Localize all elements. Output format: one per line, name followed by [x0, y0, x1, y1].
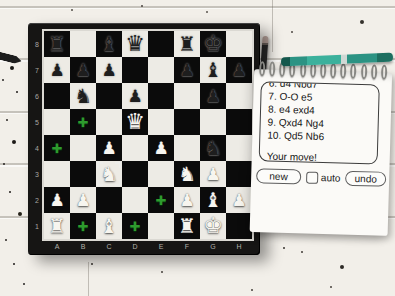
square-f1[interactable]: ♜: [174, 213, 200, 239]
square-e2[interactable]: ✚: [148, 187, 174, 213]
square-e8[interactable]: [148, 31, 174, 57]
square-g5[interactable]: [200, 109, 226, 135]
square-f5[interactable]: [174, 109, 200, 135]
square-g8[interactable]: ♚: [200, 31, 226, 57]
black-pawn[interactable]: ♟: [231, 57, 246, 83]
white-knight[interactable]: ♞: [100, 161, 118, 187]
square-b4[interactable]: [70, 135, 96, 161]
square-a8[interactable]: ♜: [44, 31, 70, 57]
square-c3[interactable]: ♞: [96, 161, 122, 187]
legal-move-marker[interactable]: ✚: [70, 109, 96, 135]
square-h6[interactable]: [226, 83, 252, 109]
notepad: 6. d4 Nbd7 7. O-O e5 8. e4 exd4 9. Qxd4 …: [250, 61, 393, 236]
square-c7[interactable]: ♟: [96, 57, 122, 83]
black-pawn[interactable]: ♟: [49, 57, 64, 83]
file-labels: ABCDEFGH: [44, 240, 252, 253]
legal-move-marker[interactable]: ✚: [70, 213, 96, 239]
legal-move-marker[interactable]: ✚: [148, 187, 174, 213]
plank-seam: [88, 262, 89, 296]
square-h7[interactable]: ♟: [226, 57, 252, 83]
board-squares[interactable]: ♜♝♛♜♚♟♟♟♟♝♟♞♟♟✚♛✚♟♟♞♞♞♟♟♟✚♟♝♟♜✚♝✚♜♚: [44, 31, 252, 239]
black-rook[interactable]: ♜: [178, 31, 196, 57]
square-a2[interactable]: ♟: [44, 187, 70, 213]
black-queen[interactable]: ♛: [125, 31, 145, 57]
square-a3[interactable]: [44, 161, 70, 187]
square-d1[interactable]: ✚: [122, 213, 148, 239]
white-queen[interactable]: ♛: [125, 109, 145, 135]
square-h1[interactable]: [226, 213, 252, 239]
black-pawn[interactable]: ♟: [75, 57, 90, 83]
black-bishop[interactable]: ♝: [100, 31, 118, 57]
square-c5[interactable]: [96, 109, 122, 135]
undo-button[interactable]: undo: [345, 171, 386, 187]
square-e3[interactable]: [148, 161, 174, 187]
black-pawn[interactable]: ♟: [127, 83, 142, 109]
white-king[interactable]: ♚: [203, 213, 223, 239]
pencil-left: [0, 51, 23, 65]
white-pawn[interactable]: ♟: [179, 187, 194, 213]
new-button[interactable]: new: [256, 168, 301, 184]
square-h8[interactable]: [226, 31, 252, 57]
white-pawn[interactable]: ♟: [153, 135, 168, 161]
square-f4[interactable]: [174, 135, 200, 161]
square-b2[interactable]: ♟: [70, 187, 96, 213]
white-pawn[interactable]: ♟: [75, 187, 90, 213]
black-knight[interactable]: ♞: [204, 135, 222, 161]
auto-label: auto: [321, 172, 341, 184]
square-f7[interactable]: ♟: [174, 57, 200, 83]
move-list[interactable]: 6. d4 Nbd7 7. O-O e5 8. e4 exd4 9. Qxd4 …: [259, 81, 380, 164]
black-pawn[interactable]: ♟: [179, 57, 194, 83]
square-f8[interactable]: ♜: [174, 31, 200, 57]
square-d2[interactable]: [122, 187, 148, 213]
square-a4[interactable]: ✚: [44, 135, 70, 161]
white-pawn[interactable]: ♟: [205, 161, 220, 187]
white-bishop[interactable]: ♝: [100, 213, 118, 239]
square-g2[interactable]: ♝: [200, 187, 226, 213]
square-c2[interactable]: [96, 187, 122, 213]
square-d3[interactable]: [122, 161, 148, 187]
black-rook[interactable]: ♜: [48, 31, 66, 57]
square-b8[interactable]: [70, 31, 96, 57]
white-pawn[interactable]: ♟: [49, 187, 64, 213]
white-rook[interactable]: ♜: [48, 213, 66, 239]
square-a6[interactable]: [44, 83, 70, 109]
square-e6[interactable]: [148, 83, 174, 109]
square-c8[interactable]: ♝: [96, 31, 122, 57]
chess-board: 87654321 ABCDEFGH ♜♝♛♜♚♟♟♟♟♝♟♞♟♟✚♛✚♟♟♞♞♞…: [28, 23, 260, 255]
square-b1[interactable]: ✚: [70, 213, 96, 239]
square-e1[interactable]: [148, 213, 174, 239]
square-b7[interactable]: ♟: [70, 57, 96, 83]
legal-move-marker[interactable]: ✚: [44, 135, 70, 161]
white-rook[interactable]: ♜: [178, 213, 196, 239]
square-h5[interactable]: [226, 109, 252, 135]
square-e4[interactable]: ♟: [148, 135, 174, 161]
square-e7[interactable]: [148, 57, 174, 83]
square-d5[interactable]: ♛: [122, 109, 148, 135]
square-c6[interactable]: [96, 83, 122, 109]
square-a7[interactable]: ♟: [44, 57, 70, 83]
square-g3[interactable]: ♟: [200, 161, 226, 187]
black-knight[interactable]: ♞: [74, 83, 92, 109]
square-a5[interactable]: [44, 109, 70, 135]
white-pawn[interactable]: ♟: [231, 187, 246, 213]
square-d8[interactable]: ♛: [122, 31, 148, 57]
move-line: 10. Qd5 Nb6: [267, 128, 377, 144]
square-c1[interactable]: ♝: [96, 213, 122, 239]
square-h3[interactable]: [226, 161, 252, 187]
square-h2[interactable]: ♟: [226, 187, 252, 213]
square-b5[interactable]: ✚: [70, 109, 96, 135]
auto-checkbox[interactable]: [306, 171, 318, 183]
square-a1[interactable]: ♜: [44, 213, 70, 239]
square-g6[interactable]: ♟: [200, 83, 226, 109]
square-e5[interactable]: [148, 109, 174, 135]
black-bishop[interactable]: ♝: [204, 57, 222, 83]
square-f2[interactable]: ♟: [174, 187, 200, 213]
square-d7[interactable]: [122, 57, 148, 83]
square-f6[interactable]: [174, 83, 200, 109]
square-c4[interactable]: ♟: [96, 135, 122, 161]
black-pawn[interactable]: ♟: [101, 57, 116, 83]
square-g7[interactable]: ♝: [200, 57, 226, 83]
square-h4[interactable]: [226, 135, 252, 161]
rank-labels: 87654321: [31, 31, 43, 239]
legal-move-marker[interactable]: ✚: [122, 213, 148, 239]
square-b3[interactable]: [70, 161, 96, 187]
square-d6[interactable]: ♟: [122, 83, 148, 109]
plank-seam: [272, 0, 273, 52]
white-pawn[interactable]: ♟: [101, 135, 116, 161]
square-g1[interactable]: ♚: [200, 213, 226, 239]
square-g4[interactable]: ♞: [200, 135, 226, 161]
black-king[interactable]: ♚: [203, 31, 223, 57]
square-f3[interactable]: ♞: [174, 161, 200, 187]
white-bishop[interactable]: ♝: [204, 187, 222, 213]
black-pawn[interactable]: ♟: [205, 83, 220, 109]
white-knight[interactable]: ♞: [178, 161, 196, 187]
square-b6[interactable]: ♞: [70, 83, 96, 109]
square-d4[interactable]: [122, 135, 148, 161]
paint-specks: [0, 0, 2, 2]
